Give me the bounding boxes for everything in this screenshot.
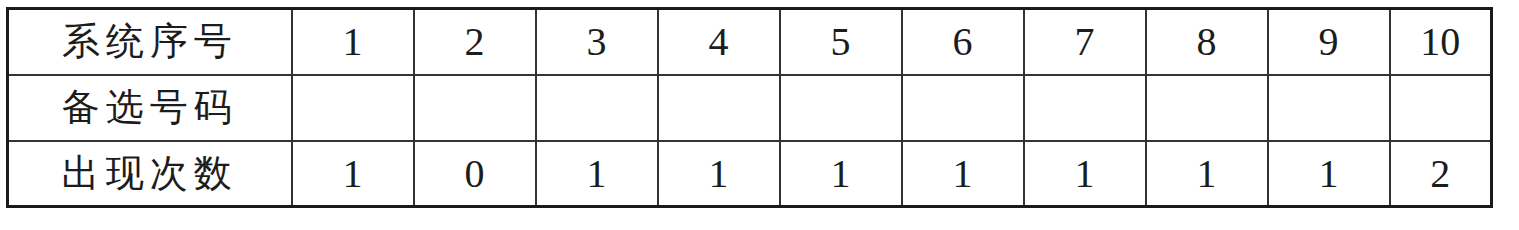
system-index-cell: 10 [1390, 9, 1492, 75]
occurrence-count-cell: 1 [292, 141, 414, 207]
page: 系统序号 1 2 3 4 5 6 7 8 9 10 备选号码 [0, 0, 1519, 230]
candidate-number-cell [902, 75, 1024, 141]
system-index-cell: 7 [1024, 9, 1146, 75]
system-index-cell: 8 [1146, 9, 1268, 75]
candidate-number-cell [414, 75, 536, 141]
frequency-table: 系统序号 1 2 3 4 5 6 7 8 9 10 备选号码 [6, 7, 1493, 208]
row-label-candidate-number: 备选号码 [8, 75, 292, 141]
system-index-cell: 2 [414, 9, 536, 75]
occurrence-count-cell: 1 [780, 141, 902, 207]
occurrence-count-cell: 1 [658, 141, 780, 207]
occurrence-count-cell: 0 [414, 141, 536, 207]
occurrence-count-cell: 1 [1024, 141, 1146, 207]
system-index-cell: 5 [780, 9, 902, 75]
occurrence-count-cell: 2 [1390, 141, 1492, 207]
occurrence-count-cell: 1 [536, 141, 658, 207]
candidate-number-cell [1390, 75, 1492, 141]
table-row-occurrence-count: 出现次数 1 0 1 1 1 1 1 1 1 2 [8, 141, 1492, 207]
table-row-candidate-number: 备选号码 [8, 75, 1492, 141]
candidate-number-cell [1024, 75, 1146, 141]
candidate-number-cell [292, 75, 414, 141]
candidate-number-cell [780, 75, 902, 141]
candidate-number-cell [658, 75, 780, 141]
system-index-cell: 9 [1268, 9, 1390, 75]
occurrence-count-cell: 1 [1268, 141, 1390, 207]
system-index-cell: 4 [658, 9, 780, 75]
occurrence-count-cell: 1 [902, 141, 1024, 207]
row-label-system-index: 系统序号 [8, 9, 292, 75]
candidate-number-cell [1268, 75, 1390, 141]
system-index-cell: 6 [902, 9, 1024, 75]
system-index-cell: 3 [536, 9, 658, 75]
candidate-number-cell [1146, 75, 1268, 141]
system-index-cell: 1 [292, 9, 414, 75]
candidate-number-cell [536, 75, 658, 141]
table-row-system-index: 系统序号 1 2 3 4 5 6 7 8 9 10 [8, 9, 1492, 75]
row-label-occurrence-count: 出现次数 [8, 141, 292, 207]
occurrence-count-cell: 1 [1146, 141, 1268, 207]
